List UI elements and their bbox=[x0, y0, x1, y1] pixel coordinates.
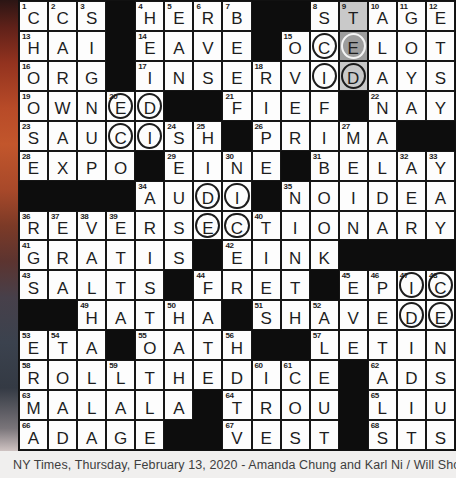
cell-letter: A bbox=[107, 398, 134, 419]
clue-number: 27 bbox=[342, 122, 350, 131]
cell-r3c11[interactable]: I bbox=[310, 61, 339, 91]
cell-r3c10[interactable]: V bbox=[281, 61, 310, 91]
cell-r14c6[interactable]: A bbox=[164, 390, 193, 420]
cell-letter: F bbox=[223, 99, 250, 120]
cell-r3c9[interactable]: 18R bbox=[252, 61, 281, 91]
cell-r9c11[interactable]: K bbox=[310, 240, 339, 270]
cell-r6c13[interactable]: L bbox=[368, 151, 397, 181]
cell-r6c15[interactable]: 33Y bbox=[426, 151, 455, 181]
cell-r10c12[interactable]: 45E bbox=[339, 270, 368, 300]
cell-r9c2[interactable]: R bbox=[48, 240, 77, 270]
cell-r1c12[interactable]: 9T bbox=[339, 1, 368, 31]
cell-r4c15[interactable]: Y bbox=[426, 91, 455, 121]
cell-r6c11[interactable]: 31B bbox=[310, 151, 339, 181]
cell-r1c7[interactable]: 6R bbox=[193, 1, 222, 31]
cell-letter: S bbox=[20, 278, 47, 299]
cell-r15c14[interactable]: T bbox=[397, 420, 426, 450]
cell-r14c14[interactable]: I bbox=[397, 390, 426, 420]
clue-number: 30 bbox=[225, 152, 233, 161]
cell-r8c10[interactable]: I bbox=[281, 211, 310, 241]
cell-r6c14[interactable]: 32A bbox=[397, 151, 426, 181]
cell-r4c13[interactable]: 22N bbox=[368, 91, 397, 121]
cell-r8c14[interactable]: R bbox=[397, 211, 426, 241]
cell-letter: L bbox=[78, 398, 105, 419]
cell-r2c15[interactable]: T bbox=[426, 31, 455, 61]
clue-number: 39 bbox=[109, 212, 117, 221]
cell-r5c4[interactable]: C bbox=[106, 121, 135, 151]
clue-number: 56 bbox=[225, 331, 233, 340]
cell-r3c5[interactable]: 17I bbox=[135, 61, 164, 91]
cell-r10c13[interactable]: 46P bbox=[368, 270, 397, 300]
cell-r11c15[interactable]: E bbox=[426, 300, 455, 330]
cell-r15c9[interactable]: E bbox=[252, 420, 281, 450]
cell-r4c8[interactable]: 21F bbox=[222, 91, 251, 121]
cell-r3c14[interactable]: Y bbox=[397, 61, 426, 91]
cell-r12c13[interactable]: T bbox=[368, 330, 397, 360]
cell-r5c14 bbox=[397, 121, 426, 151]
cell-r5c3[interactable]: U bbox=[77, 121, 106, 151]
cell-r8c15[interactable]: Y bbox=[426, 211, 455, 241]
cell-letter: T bbox=[340, 9, 367, 30]
cell-r5c6[interactable]: 24S bbox=[164, 121, 193, 151]
clue-number: 22 bbox=[371, 92, 379, 101]
cell-r2c8[interactable]: E bbox=[222, 31, 251, 61]
cell-r9c6[interactable]: S bbox=[164, 240, 193, 270]
cell-r3c1[interactable]: 16O bbox=[19, 61, 48, 91]
cell-letter: R bbox=[253, 69, 280, 90]
clue-number: 6 bbox=[196, 2, 200, 11]
clue-number: 57 bbox=[313, 331, 321, 340]
cell-r10c14[interactable]: 47I bbox=[397, 270, 426, 300]
cell-r5c7[interactable]: 25H bbox=[193, 121, 222, 151]
cell-r8c13[interactable]: A bbox=[368, 211, 397, 241]
clue-number: 66 bbox=[22, 421, 30, 430]
cell-letter: L bbox=[369, 398, 396, 419]
cell-r4c2[interactable]: W bbox=[48, 91, 77, 121]
clue-number: 16 bbox=[22, 62, 30, 71]
cell-r14c5[interactable]: L bbox=[135, 390, 164, 420]
cell-letter: A bbox=[78, 248, 105, 269]
cell-r7c9 bbox=[252, 181, 281, 211]
cell-r4c10[interactable]: E bbox=[281, 91, 310, 121]
cell-r7c10[interactable]: 35N bbox=[281, 181, 310, 211]
cell-r1c14[interactable]: 11G bbox=[397, 1, 426, 31]
cell-letter: S bbox=[253, 308, 280, 329]
cell-r3c2[interactable]: R bbox=[48, 61, 77, 91]
cell-r11c4[interactable]: A bbox=[106, 300, 135, 330]
cell-r10c6 bbox=[164, 270, 193, 300]
cell-letter: I bbox=[136, 129, 163, 150]
cell-letter: H bbox=[165, 368, 192, 389]
cell-r13c10[interactable]: 61C bbox=[281, 360, 310, 390]
cell-r7c15[interactable]: A bbox=[426, 181, 455, 211]
cell-r9c4[interactable]: T bbox=[106, 240, 135, 270]
cell-r11c10[interactable]: H bbox=[281, 300, 310, 330]
cell-r14c10[interactable]: O bbox=[281, 390, 310, 420]
cell-letter: A bbox=[398, 159, 425, 180]
cell-r7c7[interactable]: D bbox=[193, 181, 222, 211]
cell-r12c8[interactable]: 56H bbox=[222, 330, 251, 360]
cell-r14c3[interactable]: L bbox=[77, 390, 106, 420]
cell-r12c11[interactable]: 57L bbox=[310, 330, 339, 360]
cell-r2c10[interactable]: 15O bbox=[281, 31, 310, 61]
cell-letter: E bbox=[340, 159, 367, 180]
cell-letter: V bbox=[282, 69, 309, 90]
cell-r8c9[interactable]: 40T bbox=[252, 211, 281, 241]
cell-r11c5[interactable]: T bbox=[135, 300, 164, 330]
cell-r9c9[interactable]: I bbox=[252, 240, 281, 270]
clue-number: 58 bbox=[22, 361, 30, 370]
clue-number: 29 bbox=[167, 152, 175, 161]
cell-letter: E bbox=[427, 308, 454, 329]
cell-letter: O bbox=[311, 219, 338, 240]
cell-r8c6[interactable]: S bbox=[164, 211, 193, 241]
clue-number: 68 bbox=[371, 421, 379, 430]
clue-number: 23 bbox=[22, 122, 30, 131]
cell-r3c4 bbox=[106, 61, 135, 91]
cell-r13c14[interactable]: D bbox=[397, 360, 426, 390]
cell-letter: H bbox=[20, 39, 47, 60]
cell-letter: A bbox=[369, 69, 396, 90]
cell-letter: A bbox=[136, 189, 163, 210]
cell-r7c12[interactable]: I bbox=[339, 181, 368, 211]
clue-number: 41 bbox=[22, 241, 30, 250]
cell-letter: Y bbox=[427, 159, 454, 180]
clue-number: 46 bbox=[371, 271, 379, 280]
cell-r1c15[interactable]: 12E bbox=[426, 1, 455, 31]
cell-r10c2[interactable]: A bbox=[48, 270, 77, 300]
cell-r9c8[interactable]: 42E bbox=[222, 240, 251, 270]
cell-r8c1[interactable]: 36R bbox=[19, 211, 48, 241]
cell-r5c2[interactable]: A bbox=[48, 121, 77, 151]
cell-r3c3[interactable]: G bbox=[77, 61, 106, 91]
cell-r14c1[interactable]: 63M bbox=[19, 390, 48, 420]
clue-number: 62 bbox=[371, 361, 379, 370]
cell-r10c3[interactable]: L bbox=[77, 270, 106, 300]
cell-letter: U bbox=[311, 398, 338, 419]
cell-r12c5[interactable]: 55O bbox=[135, 330, 164, 360]
cell-r14c11[interactable]: U bbox=[310, 390, 339, 420]
cell-r12c2[interactable]: 54T bbox=[48, 330, 77, 360]
cell-r6c12[interactable]: E bbox=[339, 151, 368, 181]
clue-number: 32 bbox=[400, 152, 408, 161]
cell-r4c3[interactable]: N bbox=[77, 91, 106, 121]
cell-letter: W bbox=[49, 99, 76, 120]
cell-r14c8[interactable]: 64T bbox=[222, 390, 251, 420]
cell-r2c3[interactable]: I bbox=[77, 31, 106, 61]
cell-r2c1[interactable]: 13H bbox=[19, 31, 48, 61]
cell-letter: S bbox=[20, 129, 47, 150]
cell-letter: S bbox=[282, 428, 309, 449]
cell-letter: D bbox=[194, 189, 221, 210]
cell-letter: C bbox=[311, 39, 338, 60]
cell-letter: E bbox=[340, 338, 367, 359]
cell-letter: S bbox=[194, 69, 221, 90]
cell-r3c12[interactable]: D bbox=[339, 61, 368, 91]
cell-r15c4[interactable]: G bbox=[106, 420, 135, 450]
cell-r4c1[interactable]: 19O bbox=[19, 91, 48, 121]
cell-r6c3[interactable]: P bbox=[77, 151, 106, 181]
cell-r15c8[interactable]: 67V bbox=[222, 420, 251, 450]
cell-r4c4[interactable]: 20E bbox=[106, 91, 135, 121]
cell-r13c4[interactable]: 59L bbox=[106, 360, 135, 390]
cell-r5c5[interactable]: I bbox=[135, 121, 164, 151]
cell-r3c13[interactable]: A bbox=[368, 61, 397, 91]
cell-r8c11[interactable]: O bbox=[310, 211, 339, 241]
clue-number: 28 bbox=[22, 152, 30, 161]
cell-r6c8[interactable]: 30N bbox=[222, 151, 251, 181]
cell-letter: A bbox=[369, 368, 396, 389]
cell-r6c6[interactable]: 29E bbox=[164, 151, 193, 181]
cell-letter: C bbox=[427, 278, 454, 299]
cell-r10c1[interactable]: 43S bbox=[19, 270, 48, 300]
cell-r11c7[interactable]: A bbox=[193, 300, 222, 330]
cell-r14c7 bbox=[193, 390, 222, 420]
cell-r6c1[interactable]: 28E bbox=[19, 151, 48, 181]
cell-r9c5[interactable]: I bbox=[135, 240, 164, 270]
cell-letter: P bbox=[78, 159, 105, 180]
cell-r7c6[interactable]: U bbox=[164, 181, 193, 211]
cell-r5c8 bbox=[222, 121, 251, 151]
cell-r14c13[interactable]: 65L bbox=[368, 390, 397, 420]
cell-r14c2[interactable]: A bbox=[48, 390, 77, 420]
cell-letter: C bbox=[20, 9, 47, 30]
cell-r11c11[interactable]: 52A bbox=[310, 300, 339, 330]
cell-r15c10[interactable]: S bbox=[281, 420, 310, 450]
cell-r13c5[interactable]: T bbox=[135, 360, 164, 390]
cell-r12c12[interactable]: E bbox=[339, 330, 368, 360]
cell-r6c9[interactable]: E bbox=[252, 151, 281, 181]
cell-r10c10[interactable]: T bbox=[281, 270, 310, 300]
cell-r12c1[interactable]: 53E bbox=[19, 330, 48, 360]
cell-r3c8[interactable]: E bbox=[222, 61, 251, 91]
cell-letter: C bbox=[107, 129, 134, 150]
cell-r13c2[interactable]: O bbox=[48, 360, 77, 390]
cell-r9c15 bbox=[426, 240, 455, 270]
cell-r13c9[interactable]: 60I bbox=[252, 360, 281, 390]
cell-r12c7[interactable]: T bbox=[193, 330, 222, 360]
cell-r9c1[interactable]: 41G bbox=[19, 240, 48, 270]
cell-letter: Y bbox=[427, 219, 454, 240]
cell-letter: D bbox=[49, 428, 76, 449]
cell-letter: R bbox=[136, 219, 163, 240]
cell-letter: I bbox=[398, 398, 425, 419]
clue-number: 59 bbox=[109, 361, 117, 370]
crossword-grid[interactable]: 1C2C3S4H5E6R7B8S9T10A11G12E13HAI14EAVE15… bbox=[18, 0, 456, 451]
clue-number: 10 bbox=[371, 2, 379, 11]
cell-r7c13[interactable]: D bbox=[368, 181, 397, 211]
cell-letter: T bbox=[253, 219, 280, 240]
cell-r4c9[interactable]: I bbox=[252, 91, 281, 121]
cell-r9c3[interactable]: A bbox=[77, 240, 106, 270]
cell-r7c1 bbox=[19, 181, 48, 211]
cell-r15c11[interactable]: T bbox=[310, 420, 339, 450]
cell-r5c1[interactable]: 23S bbox=[19, 121, 48, 151]
clue-number: 26 bbox=[255, 122, 263, 131]
cell-r9c10[interactable]: N bbox=[281, 240, 310, 270]
cell-letter: I bbox=[253, 248, 280, 269]
cell-r10c8[interactable]: R bbox=[222, 270, 251, 300]
cell-r15c1[interactable]: 66A bbox=[19, 420, 48, 450]
cell-letter: A bbox=[49, 398, 76, 419]
cell-r13c7[interactable]: E bbox=[193, 360, 222, 390]
cell-r15c3[interactable]: A bbox=[77, 420, 106, 450]
cell-r7c2 bbox=[48, 181, 77, 211]
cell-r6c4[interactable]: O bbox=[106, 151, 135, 181]
clue-number: 18 bbox=[255, 62, 263, 71]
cell-r1c13[interactable]: 10A bbox=[368, 1, 397, 31]
cell-r2c13[interactable]: L bbox=[368, 31, 397, 61]
cell-r10c11 bbox=[310, 270, 339, 300]
cell-r13c3[interactable]: L bbox=[77, 360, 106, 390]
cell-r2c5[interactable]: 14E bbox=[135, 31, 164, 61]
cell-letter: M bbox=[340, 129, 367, 150]
cell-r13c13[interactable]: 62A bbox=[368, 360, 397, 390]
cell-r11c6[interactable]: 50H bbox=[164, 300, 193, 330]
cell-letter: V bbox=[340, 308, 367, 329]
cell-r3c6[interactable]: N bbox=[164, 61, 193, 91]
cell-letter: A bbox=[49, 278, 76, 299]
cell-r2c14[interactable]: O bbox=[397, 31, 426, 61]
cell-letter: D bbox=[223, 368, 250, 389]
cell-r6c7[interactable]: I bbox=[193, 151, 222, 181]
cell-r10c9[interactable]: E bbox=[252, 270, 281, 300]
cell-letter: E bbox=[49, 219, 76, 240]
cell-r11c12[interactable]: V bbox=[339, 300, 368, 330]
cell-r14c4[interactable]: A bbox=[106, 390, 135, 420]
cell-r8c4[interactable]: 39E bbox=[106, 211, 135, 241]
cell-r2c11[interactable]: C bbox=[310, 31, 339, 61]
cell-r12c14[interactable]: I bbox=[397, 330, 426, 360]
cell-r11c9[interactable]: 51S bbox=[252, 300, 281, 330]
cell-letter: I bbox=[398, 338, 425, 359]
cell-r15c5[interactable]: E bbox=[135, 420, 164, 450]
cell-r1c1[interactable]: 1C bbox=[19, 1, 48, 31]
cell-r8c5[interactable]: R bbox=[135, 211, 164, 241]
cell-r1c2[interactable]: 2C bbox=[48, 1, 77, 31]
cell-letter: U bbox=[427, 398, 454, 419]
cell-r11c13[interactable]: E bbox=[368, 300, 397, 330]
cell-r4c5[interactable]: D bbox=[135, 91, 164, 121]
cell-r6c10 bbox=[281, 151, 310, 181]
cell-r1c11[interactable]: 8S bbox=[310, 1, 339, 31]
cell-r8c3[interactable]: 38V bbox=[77, 211, 106, 241]
cell-r15c15[interactable]: S bbox=[426, 420, 455, 450]
clue-number: 21 bbox=[225, 92, 233, 101]
cell-r3c7[interactable]: S bbox=[193, 61, 222, 91]
cell-r7c4 bbox=[106, 181, 135, 211]
cell-r10c4[interactable]: T bbox=[106, 270, 135, 300]
cell-r2c12[interactable]: E bbox=[339, 31, 368, 61]
cell-r14c9[interactable]: R bbox=[252, 390, 281, 420]
cell-r6c2[interactable]: X bbox=[48, 151, 77, 181]
cell-r3c15[interactable]: S bbox=[426, 61, 455, 91]
cell-r11c3[interactable]: 49H bbox=[77, 300, 106, 330]
cell-r2c6[interactable]: A bbox=[164, 31, 193, 61]
cell-r12c15[interactable]: N bbox=[426, 330, 455, 360]
cell-letter: T bbox=[49, 338, 76, 359]
cell-r5c9[interactable]: 26P bbox=[252, 121, 281, 151]
cell-letter: G bbox=[398, 9, 425, 30]
cell-r15c7 bbox=[193, 420, 222, 450]
cell-r1c5[interactable]: 4H bbox=[135, 1, 164, 31]
cell-r11c8 bbox=[222, 300, 251, 330]
clue-number: 45 bbox=[342, 271, 350, 280]
cell-r13c1[interactable]: 58R bbox=[19, 360, 48, 390]
cell-r7c14[interactable]: E bbox=[397, 181, 426, 211]
cell-r10c15[interactable]: 48C bbox=[426, 270, 455, 300]
cell-r12c3[interactable]: A bbox=[77, 330, 106, 360]
cell-r5c10[interactable]: R bbox=[281, 121, 310, 151]
cell-r13c6[interactable]: H bbox=[164, 360, 193, 390]
cell-r6c5 bbox=[135, 151, 164, 181]
cell-r8c12[interactable]: N bbox=[339, 211, 368, 241]
cell-r1c6[interactable]: 5E bbox=[164, 1, 193, 31]
cell-letter: T bbox=[398, 428, 425, 449]
cell-letter: A bbox=[78, 428, 105, 449]
clue-number: 34 bbox=[138, 182, 146, 191]
cell-letter: I bbox=[311, 129, 338, 150]
cell-r5c12[interactable]: 27M bbox=[339, 121, 368, 151]
clue-number: 11 bbox=[400, 2, 408, 11]
cell-letter: A bbox=[165, 398, 192, 419]
cell-r2c4 bbox=[106, 31, 135, 61]
cell-letter: N bbox=[78, 99, 105, 120]
cell-r10c7[interactable]: 44F bbox=[193, 270, 222, 300]
cell-letter: O bbox=[282, 39, 309, 60]
cell-r8c8[interactable]: C bbox=[222, 211, 251, 241]
cell-letter: T bbox=[223, 398, 250, 419]
cell-r11c14[interactable]: D bbox=[397, 300, 426, 330]
cell-r2c7[interactable]: V bbox=[193, 31, 222, 61]
cell-r2c2[interactable]: A bbox=[48, 31, 77, 61]
cell-r1c3[interactable]: 3S bbox=[77, 1, 106, 31]
crossword-screenshot: 1C2C3S4H5E6R7B8S9T10A11G12E13HAI14EAVE15… bbox=[0, 0, 456, 478]
clue-number: 42 bbox=[225, 241, 233, 250]
cell-r8c7[interactable]: E bbox=[193, 211, 222, 241]
cell-r15c13[interactable]: 68S bbox=[368, 420, 397, 450]
cell-letter: S bbox=[427, 428, 454, 449]
cell-r5c13[interactable]: A bbox=[368, 121, 397, 151]
cell-r5c11[interactable]: I bbox=[310, 121, 339, 151]
cell-r15c2[interactable]: D bbox=[48, 420, 77, 450]
cell-r13c11[interactable]: E bbox=[310, 360, 339, 390]
cell-r4c14[interactable]: A bbox=[397, 91, 426, 121]
cell-letter: T bbox=[194, 338, 221, 359]
cell-r1c8[interactable]: 7B bbox=[222, 1, 251, 31]
cell-letter: A bbox=[49, 129, 76, 150]
cell-r7c8[interactable]: I bbox=[222, 181, 251, 211]
cell-r12c6[interactable]: A bbox=[164, 330, 193, 360]
cell-r8c2[interactable]: 37E bbox=[48, 211, 77, 241]
cell-letter: C bbox=[49, 9, 76, 30]
cell-letter: T bbox=[136, 308, 163, 329]
cell-r14c15[interactable]: U bbox=[426, 390, 455, 420]
cell-r10c5[interactable]: S bbox=[135, 270, 164, 300]
cell-letter: A bbox=[369, 9, 396, 30]
cell-r13c8[interactable]: D bbox=[222, 360, 251, 390]
cell-r7c11[interactable]: O bbox=[310, 181, 339, 211]
cell-r13c15[interactable]: S bbox=[426, 360, 455, 390]
clue-number: 9 bbox=[342, 2, 346, 11]
clue-number: 15 bbox=[284, 32, 292, 41]
clue-number: 44 bbox=[196, 271, 204, 280]
cell-r4c11[interactable]: F bbox=[310, 91, 339, 121]
cell-letter: S bbox=[165, 248, 192, 269]
cell-r1c9 bbox=[252, 1, 281, 31]
cell-r7c5[interactable]: 34A bbox=[135, 181, 164, 211]
cell-letter: A bbox=[427, 189, 454, 210]
